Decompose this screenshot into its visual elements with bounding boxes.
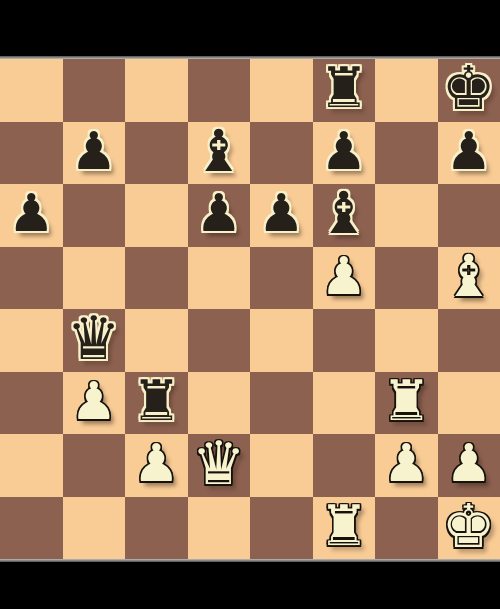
square-a4[interactable] [0,309,63,372]
piece-black-pawn-b7[interactable]: ♟ [70,125,117,177]
square-a6[interactable]: ♟ [0,184,63,247]
square-h5[interactable]: ♝ [438,247,500,310]
square-f3[interactable] [313,372,376,435]
piece-black-rook-c3[interactable]: ♜ [131,373,181,429]
piece-black-pawn-d6[interactable]: ♟ [195,187,242,239]
square-a5[interactable] [0,247,63,310]
square-g7[interactable] [375,122,438,185]
square-h4[interactable] [438,309,500,372]
square-h3[interactable] [438,372,500,435]
square-d2[interactable]: ♛ [188,434,251,497]
square-c1[interactable] [125,497,188,560]
piece-white-queen-d2[interactable]: ♛ [192,433,246,493]
square-h2[interactable]: ♟ [438,434,500,497]
square-d4[interactable] [188,309,251,372]
square-g5[interactable] [375,247,438,310]
square-g4[interactable] [375,309,438,372]
square-c8[interactable] [125,59,188,122]
square-d5[interactable] [188,247,251,310]
square-d3[interactable] [188,372,251,435]
piece-white-pawn-b3[interactable]: ♟ [70,375,117,427]
square-c6[interactable] [125,184,188,247]
piece-black-queen-b4[interactable]: ♛ [67,308,121,368]
square-g8[interactable] [375,59,438,122]
piece-black-bishop-d7[interactable]: ♝ [193,122,245,180]
square-g2[interactable]: ♟ [375,434,438,497]
square-e1[interactable] [250,497,313,560]
square-c7[interactable] [125,122,188,185]
square-c4[interactable] [125,309,188,372]
piece-white-pawn-c2[interactable]: ♟ [133,437,180,489]
square-f7[interactable]: ♟ [313,122,376,185]
square-h8[interactable]: ♚ [438,59,500,122]
chess-app-window: ♜♚♟♝♟♟♟♟♟♝♟♝♛♟♜♜♟♛♟♟♜♚ [0,0,500,609]
square-d6[interactable]: ♟ [188,184,251,247]
square-a1[interactable] [0,497,63,560]
square-f6[interactable]: ♝ [313,184,376,247]
square-d1[interactable] [188,497,251,560]
piece-black-bishop-f6[interactable]: ♝ [318,184,370,242]
square-a7[interactable] [0,122,63,185]
square-e2[interactable] [250,434,313,497]
bottom-letterbox-bar [0,562,500,609]
square-g1[interactable] [375,497,438,560]
square-c2[interactable]: ♟ [125,434,188,497]
square-g6[interactable] [375,184,438,247]
piece-white-pawn-g2[interactable]: ♟ [383,437,430,489]
square-b7[interactable]: ♟ [63,122,126,185]
square-b5[interactable] [63,247,126,310]
square-b2[interactable] [63,434,126,497]
chess-board: ♜♚♟♝♟♟♟♟♟♝♟♝♛♟♜♜♟♛♟♟♜♚ [0,59,500,559]
square-d7[interactable]: ♝ [188,122,251,185]
square-b1[interactable] [63,497,126,560]
piece-white-rook-g3[interactable]: ♜ [381,373,431,429]
piece-black-pawn-f7[interactable]: ♟ [320,125,367,177]
piece-white-king-h1[interactable]: ♚ [442,496,496,556]
top-letterbox-bar [0,0,500,56]
square-e4[interactable] [250,309,313,372]
square-e7[interactable] [250,122,313,185]
square-c3[interactable]: ♜ [125,372,188,435]
square-b6[interactable] [63,184,126,247]
piece-white-pawn-f5[interactable]: ♟ [320,250,367,302]
square-b3[interactable]: ♟ [63,372,126,435]
square-f1[interactable]: ♜ [313,497,376,560]
square-f8[interactable]: ♜ [313,59,376,122]
square-c5[interactable] [125,247,188,310]
square-f4[interactable] [313,309,376,372]
square-e5[interactable] [250,247,313,310]
square-h1[interactable]: ♚ [438,497,500,560]
square-h6[interactable] [438,184,500,247]
square-h7[interactable]: ♟ [438,122,500,185]
square-f5[interactable]: ♟ [313,247,376,310]
piece-black-rook-f8[interactable]: ♜ [319,60,369,116]
piece-black-pawn-e6[interactable]: ♟ [258,187,305,239]
piece-black-king-h8[interactable]: ♚ [442,58,496,118]
square-e3[interactable] [250,372,313,435]
piece-white-pawn-h2[interactable]: ♟ [445,437,492,489]
square-a2[interactable] [0,434,63,497]
piece-black-pawn-a6[interactable]: ♟ [8,187,55,239]
square-d8[interactable] [188,59,251,122]
square-b4[interactable]: ♛ [63,309,126,372]
square-e6[interactable]: ♟ [250,184,313,247]
square-b8[interactable] [63,59,126,122]
square-a8[interactable] [0,59,63,122]
square-f2[interactable] [313,434,376,497]
square-a3[interactable] [0,372,63,435]
piece-white-bishop-h5[interactable]: ♝ [443,247,495,305]
piece-black-pawn-h7[interactable]: ♟ [445,125,492,177]
square-g3[interactable]: ♜ [375,372,438,435]
square-e8[interactable] [250,59,313,122]
piece-white-rook-f1[interactable]: ♜ [319,498,369,554]
